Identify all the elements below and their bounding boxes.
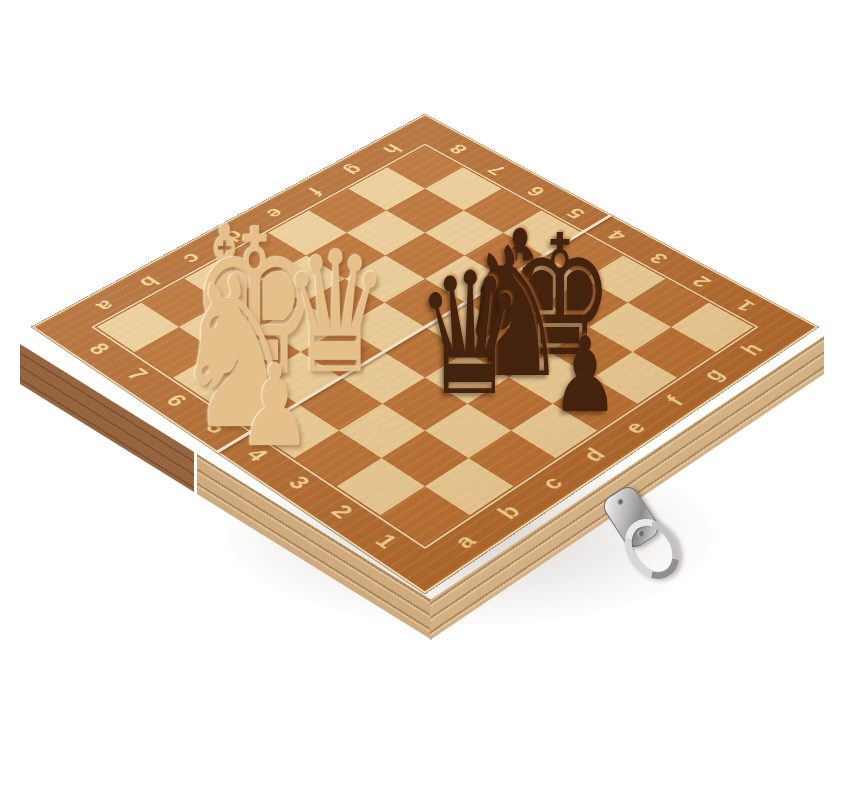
rank-label-7: 7 bbox=[120, 364, 154, 384]
piece-black-pawn-e2[interactable]: ♟ bbox=[551, 323, 618, 427]
file-label-h: h bbox=[734, 339, 769, 359]
rank-label-1: 1 bbox=[729, 296, 760, 315]
piece-white-pawn-a4[interactable]: ♟ bbox=[239, 350, 312, 463]
file-label-b: b bbox=[491, 500, 527, 524]
file-label-g: g bbox=[338, 161, 368, 178]
rank-label-8: 8 bbox=[82, 339, 116, 359]
rank-label-3: 3 bbox=[643, 249, 673, 267]
file-label-a: a bbox=[447, 530, 483, 553]
rank-label-2: 2 bbox=[686, 272, 717, 291]
file-label-e: e bbox=[617, 417, 651, 438]
file-label-b: b bbox=[133, 272, 165, 291]
file-label-g: g bbox=[696, 364, 731, 385]
rank-label-2: 2 bbox=[324, 500, 359, 523]
rank-label-7: 7 bbox=[482, 162, 512, 179]
piece-black-queen-d3[interactable]: ♛ bbox=[415, 250, 524, 419]
product-photo-stage: abcdefgh abcdefgh 12345678 12345678 ♝♝♚♚… bbox=[0, 0, 844, 794]
file-label-c: c bbox=[534, 472, 569, 494]
rank-label-1: 1 bbox=[367, 530, 403, 553]
file-label-d: d bbox=[576, 444, 612, 466]
file-label-f: f bbox=[659, 392, 689, 410]
file-label-a: a bbox=[90, 296, 121, 315]
rank-label-8: 8 bbox=[443, 141, 472, 157]
rank-label-6: 6 bbox=[521, 183, 551, 200]
file-label-h: h bbox=[377, 141, 407, 158]
